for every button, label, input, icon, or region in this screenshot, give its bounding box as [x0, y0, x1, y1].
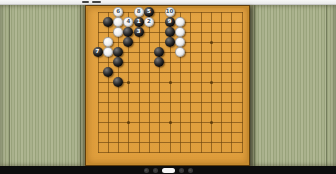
white-stone[interactable] [175, 17, 185, 27]
white-stone-move-2[interactable]: 2 [144, 17, 154, 27]
black-stone-move-1[interactable]: 1 [134, 17, 144, 27]
black-stone-move-3[interactable]: 3 [134, 27, 144, 37]
tatami-right-panel [250, 5, 336, 166]
white-stone-move-10[interactable]: 10 [165, 7, 175, 17]
white-stone-move-6[interactable]: 6 [113, 7, 123, 17]
tatami-seam [254, 5, 255, 166]
black-stone[interactable] [154, 57, 164, 67]
black-stone[interactable] [113, 77, 123, 87]
current-position-button[interactable] [162, 168, 175, 173]
star-point [169, 121, 172, 124]
go-board[interactable]: 68510412937 [85, 5, 250, 166]
grid-line [231, 12, 232, 153]
grid-line [221, 12, 222, 153]
black-stone[interactable] [113, 57, 123, 67]
black-stone[interactable] [113, 47, 123, 57]
menu-item[interactable] [92, 1, 101, 3]
white-stone-move-8[interactable]: 8 [134, 7, 144, 17]
menu-item[interactable] [82, 1, 89, 3]
playback-toolbar: «‹›» [0, 166, 336, 174]
white-stone[interactable] [113, 17, 123, 27]
tatami-seam [80, 5, 81, 166]
black-stone[interactable] [103, 17, 113, 27]
grid-line [98, 142, 243, 143]
tatami-seam [326, 5, 327, 166]
grid-line [242, 12, 243, 153]
white-stone[interactable] [175, 27, 185, 37]
black-stone[interactable] [154, 47, 164, 57]
star-point [210, 81, 213, 84]
white-stone[interactable] [175, 37, 185, 47]
jump-to-end-button[interactable]: » [188, 168, 193, 173]
black-stone-move-9[interactable]: 9 [165, 17, 175, 27]
star-point [210, 41, 213, 44]
step-back-button[interactable]: ‹ [153, 168, 158, 173]
white-stone[interactable] [103, 47, 113, 57]
grid-line [98, 152, 243, 153]
tatami-left-panel [0, 5, 85, 166]
black-stone[interactable] [103, 67, 113, 77]
black-stone[interactable] [165, 37, 175, 47]
white-stone-move-4[interactable]: 4 [123, 17, 133, 27]
black-stone-move-5[interactable]: 5 [144, 7, 154, 17]
star-point [127, 121, 130, 124]
star-point [127, 81, 130, 84]
white-stone[interactable] [113, 27, 123, 37]
black-stone-move-7[interactable]: 7 [93, 47, 103, 57]
star-point [210, 121, 213, 124]
black-stone[interactable] [165, 27, 175, 37]
white-stone[interactable] [103, 37, 113, 47]
white-stone[interactable] [175, 47, 185, 57]
go-app-window: { "game": "go", "app": { "description": … [0, 0, 336, 174]
tatami-seam [9, 5, 10, 166]
black-stone[interactable] [123, 27, 133, 37]
step-forward-button[interactable]: › [179, 168, 184, 173]
black-stone[interactable] [123, 37, 133, 47]
star-point [169, 81, 172, 84]
rewind-to-start-button[interactable]: « [144, 168, 149, 173]
